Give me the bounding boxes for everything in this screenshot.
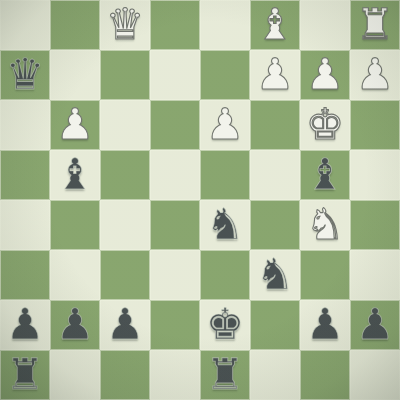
square-e6[interactable]: ♟ <box>200 100 250 150</box>
square-h1[interactable] <box>350 350 400 400</box>
piece-white-pawn-e6[interactable]: ♟ <box>206 99 245 149</box>
square-g7[interactable]: ♟ <box>300 50 350 100</box>
square-f1[interactable] <box>250 350 300 400</box>
piece-black-king-e2[interactable]: ♚ <box>206 299 245 349</box>
square-h8[interactable]: ♜ <box>350 0 400 50</box>
square-c1[interactable] <box>100 350 150 400</box>
piece-black-knight-f3[interactable]: ♞ <box>256 249 295 299</box>
piece-white-pawn-f7[interactable]: ♟ <box>256 49 295 99</box>
square-h6[interactable] <box>350 100 400 150</box>
square-e4[interactable]: ♞ <box>200 200 250 250</box>
square-c5[interactable] <box>100 150 150 200</box>
square-h7[interactable]: ♟ <box>350 50 400 100</box>
piece-black-bishop-b5[interactable]: ♝ <box>56 149 95 199</box>
piece-black-pawn-h2[interactable]: ♟ <box>356 299 395 349</box>
square-g5[interactable]: ♝ <box>300 150 350 200</box>
square-b5[interactable]: ♝ <box>50 150 100 200</box>
square-d8[interactable] <box>150 0 200 50</box>
square-h2[interactable]: ♟ <box>350 300 400 350</box>
square-c2[interactable]: ♟ <box>100 300 150 350</box>
square-b8[interactable] <box>50 0 100 50</box>
square-d4[interactable] <box>150 200 200 250</box>
piece-black-rook-e1[interactable]: ♜ <box>206 349 245 399</box>
piece-white-king-g6[interactable]: ♚ <box>306 99 345 149</box>
piece-black-pawn-b2[interactable]: ♟ <box>56 299 95 349</box>
square-g1[interactable] <box>300 350 350 400</box>
square-f2[interactable] <box>250 300 300 350</box>
square-g2[interactable]: ♟ <box>300 300 350 350</box>
square-d7[interactable] <box>150 50 200 100</box>
square-f5[interactable] <box>250 150 300 200</box>
square-e1[interactable]: ♜ <box>200 350 250 400</box>
piece-black-knight-e4[interactable]: ♞ <box>206 199 245 249</box>
square-g8[interactable] <box>300 0 350 50</box>
square-b6[interactable]: ♟ <box>50 100 100 150</box>
square-d1[interactable] <box>150 350 200 400</box>
piece-white-rook-h8[interactable]: ♜ <box>356 0 395 49</box>
piece-white-queen-c8[interactable]: ♛ <box>106 0 145 49</box>
piece-black-pawn-a2[interactable]: ♟ <box>6 299 45 349</box>
square-c7[interactable] <box>100 50 150 100</box>
square-e7[interactable] <box>200 50 250 100</box>
square-a6[interactable] <box>0 100 50 150</box>
piece-black-pawn-c2[interactable]: ♟ <box>106 299 145 349</box>
square-a3[interactable] <box>0 250 50 300</box>
piece-black-rook-a1[interactable]: ♜ <box>6 349 45 399</box>
piece-white-pawn-g7[interactable]: ♟ <box>306 49 345 99</box>
square-e5[interactable] <box>200 150 250 200</box>
square-h4[interactable] <box>350 200 400 250</box>
piece-white-bishop-f8[interactable]: ♝ <box>256 0 295 49</box>
square-d6[interactable] <box>150 100 200 150</box>
square-f7[interactable]: ♟ <box>250 50 300 100</box>
square-d3[interactable] <box>150 250 200 300</box>
square-g4[interactable]: ♞ <box>300 200 350 250</box>
square-f4[interactable] <box>250 200 300 250</box>
square-a2[interactable]: ♟ <box>0 300 50 350</box>
square-c4[interactable] <box>100 200 150 250</box>
square-e3[interactable] <box>200 250 250 300</box>
square-d2[interactable] <box>150 300 200 350</box>
square-f6[interactable] <box>250 100 300 150</box>
square-b4[interactable] <box>50 200 100 250</box>
square-a1[interactable]: ♜ <box>0 350 50 400</box>
square-f3[interactable]: ♞ <box>250 250 300 300</box>
square-e8[interactable] <box>200 0 250 50</box>
square-a4[interactable] <box>0 200 50 250</box>
square-c6[interactable] <box>100 100 150 150</box>
square-c3[interactable] <box>100 250 150 300</box>
chess-board-screenshot: ♛♝♜♛♟♟♟♟♟♚♝♝♞♞♞♟♟♟♚♟♟♜♜ <box>0 0 400 400</box>
square-e2[interactable]: ♚ <box>200 300 250 350</box>
square-h3[interactable] <box>350 250 400 300</box>
piece-white-knight-g4[interactable]: ♞ <box>306 199 345 249</box>
square-d5[interactable] <box>150 150 200 200</box>
piece-black-bishop-g5[interactable]: ♝ <box>306 149 345 199</box>
square-b2[interactable]: ♟ <box>50 300 100 350</box>
square-a8[interactable] <box>0 0 50 50</box>
square-b1[interactable] <box>50 350 100 400</box>
chess-board: ♛♝♜♛♟♟♟♟♟♚♝♝♞♞♞♟♟♟♚♟♟♜♜ <box>0 0 400 400</box>
square-b3[interactable] <box>50 250 100 300</box>
square-f8[interactable]: ♝ <box>250 0 300 50</box>
piece-white-pawn-b6[interactable]: ♟ <box>56 99 95 149</box>
square-a5[interactable] <box>0 150 50 200</box>
square-a7[interactable]: ♛ <box>0 50 50 100</box>
square-c8[interactable]: ♛ <box>100 0 150 50</box>
square-g3[interactable] <box>300 250 350 300</box>
square-h5[interactable] <box>350 150 400 200</box>
square-g6[interactable]: ♚ <box>300 100 350 150</box>
piece-black-queen-a7[interactable]: ♛ <box>6 49 45 99</box>
piece-white-pawn-h7[interactable]: ♟ <box>356 49 395 99</box>
square-b7[interactable] <box>50 50 100 100</box>
piece-black-pawn-g2[interactable]: ♟ <box>306 299 345 349</box>
